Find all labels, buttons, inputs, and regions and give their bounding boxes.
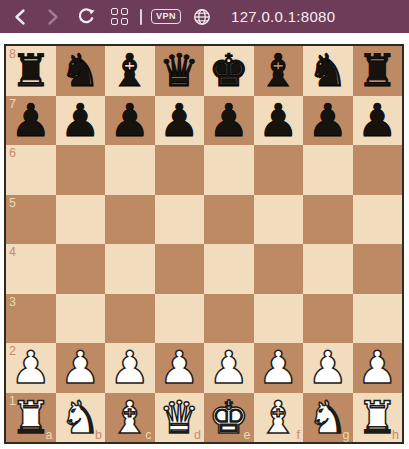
square-f7[interactable]: ♟ — [254, 96, 304, 146]
square-c8[interactable]: ♝ — [105, 46, 155, 96]
piece-white-king[interactable]: ♚ — [204, 393, 254, 443]
rank-label-6: 6 — [9, 147, 16, 160]
square-a1[interactable]: 1a♜ — [6, 393, 56, 443]
piece-white-pawn[interactable]: ♟ — [303, 343, 353, 393]
square-h1[interactable]: h♜ — [353, 393, 403, 443]
piece-black-pawn[interactable]: ♟ — [155, 96, 205, 146]
square-h3[interactable] — [353, 294, 403, 344]
square-d5[interactable] — [155, 195, 205, 245]
square-a4[interactable]: 4 — [6, 244, 56, 294]
toolbar-separator — [140, 9, 142, 25]
piece-white-rook[interactable]: ♜ — [353, 393, 403, 443]
square-e1[interactable]: e♚ — [204, 393, 254, 443]
square-d7[interactable]: ♟ — [155, 96, 205, 146]
browser-toolbar: VPN 127.0.0.1:8080 — [0, 0, 409, 33]
piece-white-pawn[interactable]: ♟ — [353, 343, 403, 393]
square-g7[interactable]: ♟ — [303, 96, 353, 146]
piece-black-king[interactable]: ♚ — [204, 46, 254, 96]
square-a6[interactable]: 6 — [6, 145, 56, 195]
square-d1[interactable]: d♛ — [155, 393, 205, 443]
square-e2[interactable]: ♟ — [204, 343, 254, 393]
piece-white-rook[interactable]: ♜ — [6, 393, 56, 443]
square-a2[interactable]: 2♟ — [6, 343, 56, 393]
square-h8[interactable]: ♜ — [353, 46, 403, 96]
square-f6[interactable] — [254, 145, 304, 195]
square-a7[interactable]: 7♟ — [6, 96, 56, 146]
square-a8[interactable]: 8♜ — [6, 46, 56, 96]
piece-black-knight[interactable]: ♞ — [303, 46, 353, 96]
square-d8[interactable]: ♛ — [155, 46, 205, 96]
chess-board-container: 8♜♞♝♛♚♝♞♜7♟♟♟♟♟♟♟♟65432♟♟♟♟♟♟♟♟1a♜b♞c♝d♛… — [4, 44, 404, 444]
square-g4[interactable] — [303, 244, 353, 294]
square-g5[interactable] — [303, 195, 353, 245]
piece-black-pawn[interactable]: ♟ — [204, 96, 254, 146]
piece-white-bishop[interactable]: ♝ — [254, 393, 304, 443]
square-c5[interactable] — [105, 195, 155, 245]
url-text[interactable]: 127.0.0.1:8080 — [231, 8, 335, 25]
forward-icon — [41, 5, 65, 29]
refresh-icon[interactable] — [74, 5, 98, 29]
square-e6[interactable] — [204, 145, 254, 195]
square-f5[interactable] — [254, 195, 304, 245]
piece-black-pawn[interactable]: ♟ — [105, 96, 155, 146]
piece-black-bishop[interactable]: ♝ — [254, 46, 304, 96]
back-icon[interactable] — [8, 5, 32, 29]
square-e8[interactable]: ♚ — [204, 46, 254, 96]
square-d6[interactable] — [155, 145, 205, 195]
square-e5[interactable] — [204, 195, 254, 245]
piece-white-pawn[interactable]: ♟ — [105, 343, 155, 393]
rank-label-5: 5 — [9, 197, 16, 210]
square-b5[interactable] — [56, 195, 106, 245]
square-b1[interactable]: b♞ — [56, 393, 106, 443]
piece-white-knight[interactable]: ♞ — [303, 393, 353, 443]
square-g1[interactable]: g♞ — [303, 393, 353, 443]
square-b3[interactable] — [56, 294, 106, 344]
square-c6[interactable] — [105, 145, 155, 195]
piece-black-knight[interactable]: ♞ — [56, 46, 106, 96]
square-d4[interactable] — [155, 244, 205, 294]
piece-black-pawn[interactable]: ♟ — [56, 96, 106, 146]
square-h2[interactable]: ♟ — [353, 343, 403, 393]
piece-white-pawn[interactable]: ♟ — [204, 343, 254, 393]
piece-white-bishop[interactable]: ♝ — [105, 393, 155, 443]
piece-white-pawn[interactable]: ♟ — [6, 343, 56, 393]
piece-white-queen[interactable]: ♛ — [155, 393, 205, 443]
square-c3[interactable] — [105, 294, 155, 344]
piece-black-pawn[interactable]: ♟ — [303, 96, 353, 146]
square-g3[interactable] — [303, 294, 353, 344]
square-a5[interactable]: 5 — [6, 195, 56, 245]
square-c2[interactable]: ♟ — [105, 343, 155, 393]
rank-label-3: 3 — [9, 296, 16, 309]
piece-white-pawn[interactable]: ♟ — [56, 343, 106, 393]
square-g8[interactable]: ♞ — [303, 46, 353, 96]
piece-black-pawn[interactable]: ♟ — [254, 96, 304, 146]
square-e3[interactable] — [204, 294, 254, 344]
rank-label-4: 4 — [9, 246, 16, 259]
square-b6[interactable] — [56, 145, 106, 195]
square-f3[interactable] — [254, 294, 304, 344]
square-c7[interactable]: ♟ — [105, 96, 155, 146]
square-g2[interactable]: ♟ — [303, 343, 353, 393]
piece-white-knight[interactable]: ♞ — [56, 393, 106, 443]
piece-black-pawn[interactable]: ♟ — [353, 96, 403, 146]
square-e4[interactable] — [204, 244, 254, 294]
vpn-badge[interactable]: VPN — [151, 9, 181, 24]
piece-white-pawn[interactable]: ♟ — [155, 343, 205, 393]
square-h7[interactable]: ♟ — [353, 96, 403, 146]
globe-icon — [190, 5, 214, 29]
chess-board[interactable]: 8♜♞♝♛♚♝♞♜7♟♟♟♟♟♟♟♟65432♟♟♟♟♟♟♟♟1a♜b♞c♝d♛… — [4, 44, 404, 444]
square-e7[interactable]: ♟ — [204, 96, 254, 146]
square-f1[interactable]: f♝ — [254, 393, 304, 443]
piece-black-rook[interactable]: ♜ — [353, 46, 403, 96]
square-b2[interactable]: ♟ — [56, 343, 106, 393]
tabs-grid-icon[interactable] — [107, 5, 131, 29]
square-h5[interactable] — [353, 195, 403, 245]
square-h4[interactable] — [353, 244, 403, 294]
piece-black-pawn[interactable]: ♟ — [6, 96, 56, 146]
square-a3[interactable]: 3 — [6, 294, 56, 344]
square-g6[interactable] — [303, 145, 353, 195]
square-d3[interactable] — [155, 294, 205, 344]
square-c1[interactable]: c♝ — [105, 393, 155, 443]
square-f4[interactable] — [254, 244, 304, 294]
square-h6[interactable] — [353, 145, 403, 195]
piece-black-bishop[interactable]: ♝ — [105, 46, 155, 96]
piece-white-pawn[interactable]: ♟ — [254, 343, 304, 393]
square-d2[interactable]: ♟ — [155, 343, 205, 393]
piece-black-rook[interactable]: ♜ — [6, 46, 56, 96]
piece-black-queen[interactable]: ♛ — [155, 46, 205, 96]
square-b4[interactable] — [56, 244, 106, 294]
square-b8[interactable]: ♞ — [56, 46, 106, 96]
square-b7[interactable]: ♟ — [56, 96, 106, 146]
square-c4[interactable] — [105, 244, 155, 294]
square-f2[interactable]: ♟ — [254, 343, 304, 393]
square-f8[interactable]: ♝ — [254, 46, 304, 96]
